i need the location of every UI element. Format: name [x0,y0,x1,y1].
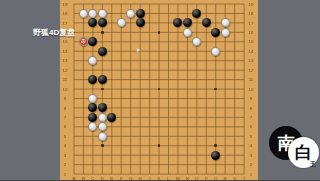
black-stone-d11[interactable] [98,75,107,84]
white-stone-r17[interactable] [221,18,230,27]
row-label-right-1: 1 [247,172,255,177]
star-point-k4 [158,144,161,147]
col-label-m: M [174,176,182,181]
col-label-s: S [231,176,239,181]
mouse-cursor [137,48,140,52]
row-label-left-9: 9 [61,96,69,101]
star-point-d16 [101,31,104,34]
white-stone-r16[interactable] [221,28,230,37]
row-label-left-11: 11 [61,77,69,82]
row-label-right-3: 3 [247,153,255,158]
black-stone-p17[interactable] [202,18,211,27]
row-label-right-4: 4 [247,143,255,148]
row-label-right-13: 13 [247,58,255,63]
black-stone-c15[interactable] [88,37,97,46]
row-label-right-14: 14 [247,49,255,54]
col-label-g: G [127,176,135,181]
col-label-b: B [79,176,87,181]
black-stone-h18[interactable] [136,9,145,18]
row-label-right-2: 2 [247,162,255,167]
black-stone-q3[interactable] [211,151,220,160]
row-label-right-16: 16 [247,30,255,35]
app-screen: 野狐4D复盘 33 191918181717161615151414131312… [0,0,320,180]
black-stone-d14[interactable] [98,47,107,56]
row-label-left-15: 15 [61,39,69,44]
white-stone-d7[interactable] [98,113,107,122]
row-label-left-19: 19 [61,2,69,7]
white-stone-n16[interactable] [183,28,192,37]
black-stone-c17[interactable] [88,18,97,27]
row-label-left-14: 14 [61,49,69,54]
star-point-q10 [214,88,217,91]
col-label-n: N [183,176,191,181]
row-label-left-17: 17 [61,21,69,26]
row-label-right-10: 10 [247,87,255,92]
row-label-right-17: 17 [247,21,255,26]
star-point-d4 [101,144,104,147]
col-label-j: J [146,176,154,181]
row-label-left-1: 1 [61,172,69,177]
row-label-left-3: 3 [61,153,69,158]
col-label-r: R [221,176,229,181]
row-label-left-10: 10 [61,87,69,92]
col-label-h: H [136,176,144,181]
black-stone-c8[interactable] [88,103,97,112]
row-label-right-19: 19 [247,2,255,7]
row-label-left-12: 12 [61,68,69,73]
col-label-t: T [240,176,248,181]
row-label-left-13: 13 [61,58,69,63]
row-label-right-7: 7 [247,115,255,120]
row-label-left-7: 7 [61,115,69,120]
row-label-right-15: 15 [247,39,255,44]
white-stone-b15[interactable]: 33 [79,37,88,46]
logo-sub-char: 王 [310,160,316,169]
black-stone-q16[interactable] [211,28,220,37]
black-stone-e7[interactable] [107,113,116,122]
row-label-left-5: 5 [61,134,69,139]
row-label-right-6: 6 [247,124,255,129]
white-stone-c18[interactable] [88,9,97,18]
star-point-d10 [101,88,104,91]
row-label-right-18: 18 [247,11,255,16]
channel-logo: 南 白 王 [258,128,320,180]
star-point-q4 [214,144,217,147]
black-stone-c7[interactable] [88,113,97,122]
star-point-k10 [158,88,161,91]
row-label-left-18: 18 [61,11,69,16]
white-stone-c13[interactable] [88,56,97,65]
white-stone-c9[interactable] [88,94,97,103]
black-stone-o18[interactable] [192,9,201,18]
white-stone-g18[interactable] [126,9,135,18]
black-stone-m17[interactable] [173,18,182,27]
col-label-p: P [202,176,210,181]
row-label-right-11: 11 [247,77,255,82]
stones-grid: 33 [69,0,248,179]
col-label-a: A [70,176,78,181]
move-number-label: 33 [80,38,87,45]
white-stone-f17[interactable] [117,18,126,27]
white-stone-d5[interactable] [98,132,107,141]
col-label-f: F [117,176,125,181]
star-point-k16 [158,31,161,34]
col-label-l: L [165,176,173,181]
row-label-left-2: 2 [61,162,69,167]
go-board[interactable]: 33 1919181817171616151514141313121211111… [60,0,258,180]
white-stone-o15[interactable] [192,37,201,46]
row-label-left-8: 8 [61,106,69,111]
row-label-right-5: 5 [247,134,255,139]
row-label-left-6: 6 [61,124,69,129]
row-label-right-9: 9 [247,96,255,101]
col-label-o: O [193,176,201,181]
row-label-right-12: 12 [247,68,255,73]
white-stone-c6[interactable] [88,122,97,131]
col-label-k: K [155,176,163,181]
black-stone-d17[interactable] [98,18,107,27]
col-label-e: E [108,176,116,181]
col-label-d: D [98,176,106,181]
black-stone-n17[interactable] [183,18,192,27]
white-stone-q14[interactable] [211,47,220,56]
white-stone-d18[interactable] [98,9,107,18]
black-stone-d8[interactable] [98,103,107,112]
black-stone-c11[interactable] [88,75,97,84]
row-label-right-8: 8 [247,106,255,111]
white-stone-b18[interactable] [79,9,88,18]
caption-text: 野狐4D复盘 [33,27,75,38]
white-stone-d6[interactable] [98,122,107,131]
col-label-c: C [89,176,97,181]
col-label-q: Q [212,176,220,181]
row-label-left-4: 4 [61,143,69,148]
black-stone-h17[interactable] [136,18,145,27]
